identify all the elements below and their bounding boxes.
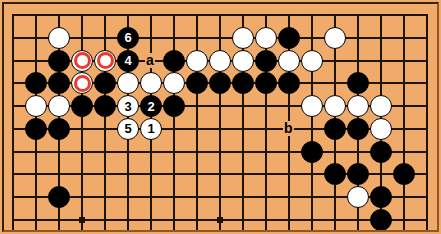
stone-black (163, 95, 185, 117)
stone-black (301, 141, 323, 163)
stone-white (48, 95, 70, 117)
stone-black (370, 186, 392, 208)
star-point (79, 217, 85, 223)
stone-white-circled (71, 72, 93, 94)
stone-black (186, 72, 208, 94)
grid-line-horizontal (12, 37, 428, 39)
point-label-b: b (283, 121, 294, 136)
circle-mark (74, 52, 91, 69)
grid-line-horizontal (12, 151, 428, 153)
stone-white (163, 72, 185, 94)
grid-line-horizontal (12, 14, 428, 16)
stone-white (324, 27, 346, 49)
stone-black (324, 118, 346, 140)
stone-white (370, 118, 392, 140)
stone-white (232, 27, 254, 49)
stone-black (48, 72, 70, 94)
stone-move-1: 1 (140, 118, 162, 140)
stone-move-3: 3 (117, 95, 139, 117)
stone-black (324, 163, 346, 185)
point-label-a: a (145, 53, 155, 68)
stone-move-4: 4 (117, 50, 139, 72)
stone-white (25, 95, 47, 117)
stone-black (255, 72, 277, 94)
stone-black (48, 118, 70, 140)
stone-white (140, 72, 162, 94)
stone-white-circled (71, 50, 93, 72)
stone-black (94, 95, 116, 117)
stone-white (278, 50, 300, 72)
stone-white (301, 95, 323, 117)
circle-mark (97, 52, 114, 69)
stone-white (347, 186, 369, 208)
stone-white (255, 27, 277, 49)
stone-white (209, 50, 231, 72)
stone-white (186, 50, 208, 72)
stone-black (48, 186, 70, 208)
stone-white (48, 27, 70, 49)
stone-white (301, 50, 323, 72)
stone-white (370, 95, 392, 117)
stone-black (25, 72, 47, 94)
stone-black (94, 72, 116, 94)
stone-white (117, 72, 139, 94)
stone-move-6: 6 (117, 27, 139, 49)
stone-black (347, 163, 369, 185)
stone-black (393, 163, 415, 185)
stone-black (25, 118, 47, 140)
stone-black (232, 72, 254, 94)
stone-move-2: 2 (140, 95, 162, 117)
stone-black (347, 72, 369, 94)
stone-black (48, 50, 70, 72)
stone-move-5: 5 (117, 118, 139, 140)
stone-black (278, 27, 300, 49)
circle-mark (74, 75, 91, 92)
stone-black (71, 95, 93, 117)
stone-black (347, 118, 369, 140)
stone-black (370, 209, 392, 231)
stone-white (232, 50, 254, 72)
stone-white (347, 95, 369, 117)
stone-black (278, 72, 300, 94)
go-board-diagram: 643251ab (0, 0, 441, 234)
stone-black (163, 50, 185, 72)
star-point (217, 217, 223, 223)
stone-black (209, 72, 231, 94)
stone-white (324, 95, 346, 117)
stone-black (370, 141, 392, 163)
stone-black (255, 50, 277, 72)
stone-white-circled (94, 50, 116, 72)
